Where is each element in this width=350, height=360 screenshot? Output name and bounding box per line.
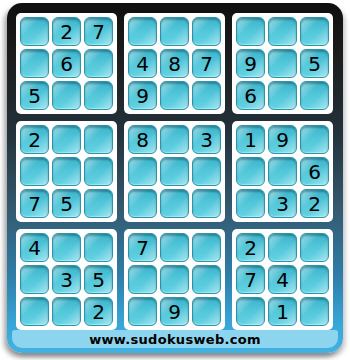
- cell-r3c6[interactable]: [192, 81, 221, 110]
- cell-r1c7[interactable]: [236, 17, 265, 46]
- cell-r5c2[interactable]: [52, 157, 81, 186]
- cell-r8c7[interactable]: 7: [236, 265, 265, 294]
- sudoku-grid: 2765487995627583196324352792741: [16, 13, 333, 330]
- cell-r7c7[interactable]: 2: [236, 233, 265, 262]
- box-r3c3: 2741: [232, 229, 333, 330]
- cell-r6c7[interactable]: [236, 189, 265, 218]
- cell-r1c5[interactable]: [160, 17, 189, 46]
- cell-r7c2[interactable]: [52, 233, 81, 262]
- cell-r9c2[interactable]: [52, 297, 81, 326]
- cell-r1c2[interactable]: 2: [52, 17, 81, 46]
- cell-r4c6[interactable]: 3: [192, 125, 221, 154]
- cell-r5c6[interactable]: [192, 157, 221, 186]
- cell-r9c7[interactable]: [236, 297, 265, 326]
- cell-r1c8[interactable]: [268, 17, 297, 46]
- website-link[interactable]: www.sudokusweb.com: [12, 330, 338, 348]
- cell-r9c3[interactable]: 2: [84, 297, 113, 326]
- box-r2c3: 19632: [232, 121, 333, 222]
- sudoku-board: 2765487995627583196324352792741 www.sudo…: [7, 3, 343, 353]
- cell-r6c6[interactable]: [192, 189, 221, 218]
- cell-r4c4[interactable]: 8: [128, 125, 157, 154]
- cell-r2c8[interactable]: [268, 49, 297, 78]
- cell-r1c6[interactable]: [192, 17, 221, 46]
- cell-r1c4[interactable]: [128, 17, 157, 46]
- cell-r5c1[interactable]: [20, 157, 49, 186]
- cell-r6c5[interactable]: [160, 189, 189, 218]
- cell-r6c9[interactable]: 2: [300, 189, 329, 218]
- cell-r3c5[interactable]: [160, 81, 189, 110]
- cell-r8c5[interactable]: [160, 265, 189, 294]
- cell-r9c8[interactable]: 1: [268, 297, 297, 326]
- cell-r3c8[interactable]: [268, 81, 297, 110]
- cell-r8c3[interactable]: 5: [84, 265, 113, 294]
- cell-r4c5[interactable]: [160, 125, 189, 154]
- cell-r2c1[interactable]: [20, 49, 49, 78]
- cell-r5c4[interactable]: [128, 157, 157, 186]
- cell-r7c9[interactable]: [300, 233, 329, 262]
- cell-r2c7[interactable]: 9: [236, 49, 265, 78]
- cell-r7c5[interactable]: [160, 233, 189, 262]
- cell-r8c4[interactable]: [128, 265, 157, 294]
- cell-r7c8[interactable]: [268, 233, 297, 262]
- cell-r2c3[interactable]: [84, 49, 113, 78]
- cell-r6c3[interactable]: [84, 189, 113, 218]
- cell-r6c4[interactable]: [128, 189, 157, 218]
- cell-r3c1[interactable]: 5: [20, 81, 49, 110]
- cell-r9c9[interactable]: [300, 297, 329, 326]
- cell-r5c7[interactable]: [236, 157, 265, 186]
- cell-r8c2[interactable]: 3: [52, 265, 81, 294]
- cell-r4c9[interactable]: [300, 125, 329, 154]
- box-r1c3: 956: [232, 13, 333, 114]
- cell-r2c4[interactable]: 4: [128, 49, 157, 78]
- sudoku-widget: 2765487995627583196324352792741 www.sudo…: [0, 0, 350, 360]
- cell-r2c5[interactable]: 8: [160, 49, 189, 78]
- cell-r3c3[interactable]: [84, 81, 113, 110]
- cell-r3c4[interactable]: 9: [128, 81, 157, 110]
- cell-r5c3[interactable]: [84, 157, 113, 186]
- cell-r7c4[interactable]: 7: [128, 233, 157, 262]
- cell-r4c7[interactable]: 1: [236, 125, 265, 154]
- cell-r2c2[interactable]: 6: [52, 49, 81, 78]
- cell-r7c6[interactable]: [192, 233, 221, 262]
- box-r1c2: 4879: [124, 13, 225, 114]
- cell-r4c1[interactable]: 2: [20, 125, 49, 154]
- cell-r1c3[interactable]: 7: [84, 17, 113, 46]
- cell-r1c9[interactable]: [300, 17, 329, 46]
- box-r2c2: 83: [124, 121, 225, 222]
- cell-r4c2[interactable]: [52, 125, 81, 154]
- cell-r6c8[interactable]: 3: [268, 189, 297, 218]
- cell-r2c6[interactable]: 7: [192, 49, 221, 78]
- cell-r5c5[interactable]: [160, 157, 189, 186]
- cell-r4c3[interactable]: [84, 125, 113, 154]
- box-r3c2: 79: [124, 229, 225, 330]
- cell-r8c6[interactable]: [192, 265, 221, 294]
- cell-r8c8[interactable]: 4: [268, 265, 297, 294]
- cell-r2c9[interactable]: 5: [300, 49, 329, 78]
- cell-r6c2[interactable]: 5: [52, 189, 81, 218]
- cell-r1c1[interactable]: [20, 17, 49, 46]
- box-r1c1: 2765: [16, 13, 117, 114]
- cell-r9c1[interactable]: [20, 297, 49, 326]
- cell-r9c5[interactable]: 9: [160, 297, 189, 326]
- cell-r8c9[interactable]: [300, 265, 329, 294]
- cell-r7c1[interactable]: 4: [20, 233, 49, 262]
- cell-r5c9[interactable]: 6: [300, 157, 329, 186]
- cell-r9c4[interactable]: [128, 297, 157, 326]
- cell-r4c8[interactable]: 9: [268, 125, 297, 154]
- cell-r3c2[interactable]: [52, 81, 81, 110]
- cell-r7c3[interactable]: [84, 233, 113, 262]
- cell-r3c7[interactable]: 6: [236, 81, 265, 110]
- cell-r5c8[interactable]: [268, 157, 297, 186]
- cell-r3c9[interactable]: [300, 81, 329, 110]
- cell-r8c1[interactable]: [20, 265, 49, 294]
- box-r2c1: 275: [16, 121, 117, 222]
- box-r3c1: 4352: [16, 229, 117, 330]
- cell-r6c1[interactable]: 7: [20, 189, 49, 218]
- cell-r9c6[interactable]: [192, 297, 221, 326]
